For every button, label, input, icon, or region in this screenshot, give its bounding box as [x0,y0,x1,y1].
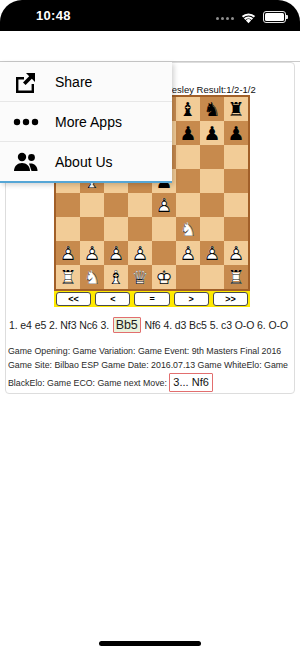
menu-item-label: Share [55,74,92,90]
square-e3[interactable] [152,217,176,241]
square-g7[interactable]: ♟ [200,121,224,145]
white-bishop-piece: ♝♗ [104,265,128,289]
square-d2[interactable]: ♟♙ [128,241,152,265]
black-bishop-piece: ♝ [176,97,200,121]
menu-item-label: About Us [55,154,113,170]
move-text: 1. e4 e5 2. Nf3 Nc6 3. [9,319,112,331]
toolbar: ⚒ [0,31,300,62]
square-h4[interactable] [224,193,248,217]
cellular-signal-icon [216,17,234,20]
white-pawn-piece: ♟♙ [152,193,176,217]
square-a1[interactable]: ♜♖ [56,265,80,289]
next-move-badge: 3... Nf6 [169,373,212,393]
nav-current-button[interactable]: = [134,292,169,306]
white-pawn-piece: ♟♙ [224,241,248,265]
square-c4[interactable] [104,193,128,217]
white-knight-piece: ♞♘ [176,217,200,241]
status-bar: 10:48 [0,0,300,31]
square-h1[interactable]: ♜♖ [224,265,248,289]
square-f3[interactable]: ♞♘ [176,217,200,241]
white-pawn-piece: ♟♙ [128,241,152,265]
square-b3[interactable] [80,217,104,241]
notch [74,0,226,30]
square-f6[interactable] [176,145,200,169]
clock: 10:48 [36,8,71,23]
square-c1[interactable]: ♝♗ [104,265,128,289]
square-f8[interactable]: ♝ [176,97,200,121]
current-move: Bb5 [113,317,141,333]
square-b1[interactable]: ♞♘ [80,265,104,289]
square-g5[interactable] [200,169,224,193]
black-rook-piece: ♜ [224,97,248,121]
white-pawn-piece: ♟♙ [56,241,80,265]
square-g8[interactable]: ♞ [200,97,224,121]
people-icon [13,152,39,172]
square-a4[interactable] [56,193,80,217]
white-pawn-piece: ♟♙ [200,241,224,265]
square-f7[interactable]: ♟ [176,121,200,145]
wifi-icon [241,10,256,28]
square-a2[interactable]: ♟♙ [56,241,80,265]
move-nav-bar: <<<=>>> [54,291,250,307]
square-a3[interactable] [56,217,80,241]
move-list: 1. e4 e5 2. Nf3 Nc6 3. Bb5 Nf6 4. d3 Bc5… [9,317,293,333]
square-e4[interactable]: ♟♙ [152,193,176,217]
menu-item-more-apps[interactable]: More Apps [0,102,172,142]
square-d1[interactable]: ♛♕ [128,265,152,289]
nav-start-button[interactable]: << [56,292,91,306]
white-pawn-piece: ♟♙ [176,241,200,265]
square-b2[interactable]: ♟♙ [80,241,104,265]
black-pawn-piece: ♟ [176,121,200,145]
square-b4[interactable] [80,193,104,217]
white-rook-piece: ♜♖ [224,265,248,289]
nav-forward-button[interactable]: > [174,292,209,306]
square-e2[interactable] [152,241,176,265]
square-f2[interactable]: ♟♙ [176,241,200,265]
app-screen: 10:48 ⚒ Wesley Result:1/2-1/2 ♜♝♛♚♝♞♜♟♟♟… [0,0,300,649]
white-queen-piece: ♛♕ [128,265,152,289]
square-f1[interactable] [176,265,200,289]
black-pawn-piece: ♟ [200,121,224,145]
game-info-text: Game Opening: Game Variation: Game Event… [8,346,288,388]
square-h7[interactable]: ♟ [224,121,248,145]
square-g4[interactable] [200,193,224,217]
white-pawn-piece: ♟♙ [80,241,104,265]
nav-back-button[interactable]: < [95,292,130,306]
square-h2[interactable]: ♟♙ [224,241,248,265]
square-c3[interactable] [104,217,128,241]
menu-item-about-us[interactable]: About Us [0,142,172,181]
black-knight-piece: ♞ [200,97,224,121]
menu-item-share[interactable]: Share [0,62,172,102]
nav-end-button[interactable]: >> [213,292,248,306]
square-e1[interactable]: ♚♔ [152,265,176,289]
white-knight-piece: ♞♘ [80,265,104,289]
square-c2[interactable]: ♟♙ [104,241,128,265]
game-info: Game Opening: Game Variation: Game Event… [8,344,290,392]
square-h6[interactable] [224,145,248,169]
move-text: Nf6 4. d3 Bc5 5. c3 O-O 6. O-O [142,319,288,331]
square-g6[interactable] [200,145,224,169]
square-h8[interactable]: ♜ [224,97,248,121]
white-rook-piece: ♜♖ [56,265,80,289]
square-f4[interactable] [176,193,200,217]
black-pawn-piece: ♟ [224,121,248,145]
square-g2[interactable]: ♟♙ [200,241,224,265]
dropdown-menu: ShareMore AppsAbout Us [0,62,172,183]
square-g3[interactable] [200,217,224,241]
square-f5[interactable] [176,169,200,193]
ellipsis-icon [13,118,39,126]
square-d3[interactable] [128,217,152,241]
square-h5[interactable] [224,169,248,193]
square-h3[interactable] [224,217,248,241]
home-indicator[interactable] [99,641,201,646]
square-d4[interactable] [128,193,152,217]
white-pawn-piece: ♟♙ [104,241,128,265]
square-g1[interactable] [200,265,224,289]
white-king-piece: ♚♔ [152,265,176,289]
battery-icon [263,11,286,23]
game-header-text: Wesley Result:1/2-1/2 [163,84,256,95]
menu-item-label: More Apps [55,114,122,130]
share-icon [13,71,39,93]
